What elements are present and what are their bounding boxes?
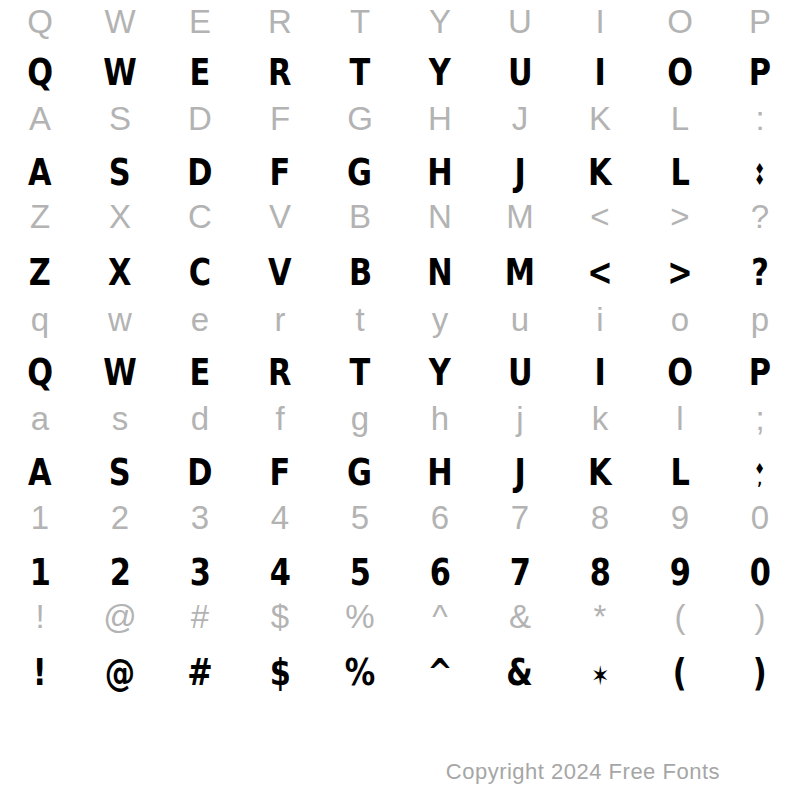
glyph-cell: t [320,300,400,340]
glyph-cell: X [80,197,160,237]
glyph: $ [271,598,289,635]
glyph-cell: u [480,300,560,340]
glyph: ! [33,650,47,694]
glyph: 7 [511,499,529,536]
glyph-cell: E [160,2,240,42]
glyph: J [512,100,529,137]
glyph-cell: N [400,250,480,294]
glyph: 0 [751,499,769,536]
glyph: J [514,150,525,194]
glyph: r [275,301,286,338]
glyph-cell: B [320,250,400,294]
glyph: 9 [669,550,690,594]
glyph-cell: 8 [560,498,640,538]
glyph: 4 [269,550,290,594]
glyph: M [505,250,535,294]
glyph-cell: 9 [640,498,720,538]
glyph-cell: ♦ ♦ [720,150,800,194]
glyph: o [671,301,689,338]
glyph-cell: G [320,450,400,494]
glyph-cell: J [480,150,560,194]
glyph-cell: q [0,300,80,340]
glyph: # [191,598,209,635]
glyph: R [268,350,291,394]
reference-row: asdfghjkl; [0,399,800,439]
glyph: E [190,350,211,394]
glyph-cell: Y [400,50,480,94]
glyph-cell: i [560,300,640,340]
glyph: Y [429,50,451,94]
glyph-cell: 4 [240,498,320,538]
glyph: X [108,250,131,294]
glyph: S [109,450,131,494]
glyph: 8 [591,499,609,536]
glyph: ! [35,598,44,635]
glyph-cell: s [80,399,160,439]
glyph-cell: w [80,300,160,340]
glyph-cell: ) [720,650,800,698]
glyph-cell: > [640,250,720,294]
glyph: 9 [671,499,689,536]
glyph-cell: S [80,99,160,139]
glyph: s [112,400,129,437]
glyph: < [587,250,612,294]
glyph-cell: 3 [160,550,240,594]
glyph: G [348,450,373,494]
glyph-cell: J [480,99,560,139]
specimen-row: ASDFGHJKL♦ ♦ [0,150,800,194]
glyph-cell: 9 [640,550,720,594]
glyph-cell: 5 [320,550,400,594]
glyph-cell: < [560,250,640,294]
glyph-cell: f [240,399,320,439]
glyph: W [104,3,135,40]
glyph-cell: 1 [0,550,80,594]
glyph-cell: 1 [0,498,80,538]
glyph: % [345,650,375,694]
glyph-cell: H [400,99,480,139]
glyph-cell: K [560,150,640,194]
glyph: F [270,450,291,494]
glyph-cell: ! [0,650,80,698]
glyph-cell: K [560,450,640,494]
glyph-cell: J [480,450,560,494]
glyph-cell: U [480,50,560,94]
glyph: 6 [429,550,450,594]
glyph: 6 [431,499,449,536]
glyph-cell: 2 [80,550,160,594]
glyph: G [347,100,373,137]
glyph-cell: D [160,150,240,194]
glyph-cell: H [400,150,480,194]
glyph-cell: ^ [400,650,480,698]
glyph: l [676,400,683,437]
glyph-cell: A [0,99,80,139]
glyph-cell: g [320,399,400,439]
glyph: P [749,50,771,94]
glyph: H [427,150,452,194]
glyph: Q [27,50,53,94]
glyph-cell: F [240,450,320,494]
glyph: > [667,250,692,294]
glyph-cell: ✶ [560,650,640,698]
glyph: 1 [29,550,50,594]
glyph-cell: & [480,597,560,637]
glyph-cell: j [480,399,560,439]
glyph: L [671,100,689,137]
glyph-cell: E [160,350,240,394]
glyph: S [109,150,131,194]
specimen-row: !@#$%^&✶() [0,650,800,694]
glyph: d [191,400,209,437]
glyph-cell: 3 [160,498,240,538]
glyph: 0 [749,550,770,594]
glyph-cell: M [480,197,560,237]
glyph-cell: 2 [80,498,160,538]
glyph-cell: A [0,450,80,494]
glyph-cell: O [640,2,720,42]
glyph-cell: @ [80,597,160,637]
glyph: ; [755,400,764,437]
glyph: G [348,150,373,194]
glyph: ♦ , [755,464,766,486]
glyph-cell: P [720,2,800,42]
glyph: P [749,3,771,40]
glyph-cell: % [320,650,400,698]
glyph: ? [751,198,769,235]
glyph: V [269,198,291,235]
reference-row: !@#$%^&*() [0,597,800,637]
glyph: f [275,400,284,437]
glyph-cell: : [720,99,800,139]
glyph: K [588,150,612,194]
glyph-cell: P [720,350,800,394]
glyph: M [506,198,534,235]
glyph: < [590,198,609,235]
glyph: O [667,3,693,40]
glyph-cell: G [320,150,400,194]
glyph-cell: R [240,2,320,42]
glyph: Z [29,250,51,294]
glyph: I [595,3,604,40]
glyph: T [350,3,370,40]
copyright-text: Copyright 2024 Free Fonts [446,759,720,785]
glyph: A [28,150,52,194]
glyph: E [190,50,211,94]
glyph-cell: 7 [480,498,560,538]
glyph: @ [105,650,135,694]
glyph: 4 [271,499,289,536]
glyph-cell: C [160,197,240,237]
glyph: H [427,450,452,494]
glyph-cell: U [480,2,560,42]
glyph: j [516,400,523,437]
glyph: A [28,450,52,494]
glyph-cell: Z [0,197,80,237]
glyph-cell: I [560,350,640,394]
glyph: O [667,350,693,394]
glyph-cell: h [400,399,480,439]
glyph-cell: @ [80,650,160,698]
glyph-cell: V [240,250,320,294]
glyph-cell: 7 [480,550,560,594]
glyph: p [751,301,769,338]
glyph-cell: 6 [400,498,480,538]
glyph-cell: L [640,99,720,139]
glyph: g [351,400,369,437]
glyph: : [755,100,764,137]
glyph-cell: a [0,399,80,439]
glyph: t [355,301,364,338]
glyph: i [596,301,603,338]
glyph-cell: d [160,399,240,439]
glyph: $ [269,650,290,694]
glyph: V [268,250,292,294]
glyph: N [427,250,452,294]
glyph: 1 [31,499,49,536]
glyph: Y [429,3,451,40]
glyph: U [508,3,532,40]
specimen-row: 1234567890 [0,550,800,594]
reference-row: 1234567890 [0,498,800,538]
glyph: J [514,450,525,494]
glyph-cell: < [560,197,640,237]
glyph: y [432,301,449,338]
reference-row: QWERTYUIOP [0,2,800,42]
glyph: 3 [189,550,210,594]
glyph: e [191,301,209,338]
glyph-cell: W [80,2,160,42]
glyph: 5 [351,499,369,536]
glyph: W [103,50,137,94]
glyph-cell: l [640,399,720,439]
glyph: * [594,598,607,635]
glyph: > [670,198,689,235]
glyph-cell: L [640,150,720,194]
reference-row: qwertyuiop [0,300,800,340]
glyph-cell: 4 [240,550,320,594]
glyph: ^ [432,598,448,635]
glyph: ✶ [591,654,609,698]
glyph: S [109,100,131,137]
glyph: ) [755,598,766,635]
glyph-cell: E [160,50,240,94]
glyph-cell: R [240,350,320,394]
specimen-row: ASDFGHJKL♦ , [0,450,800,494]
glyph-cell: I [560,50,640,94]
glyph-cell: T [320,2,400,42]
glyph-cell: R [240,50,320,94]
glyph: I [594,50,605,94]
glyph-cell: C [160,250,240,294]
glyph-cell: > [640,197,720,237]
glyph-cell: Z [0,250,80,294]
glyph-cell: I [560,2,640,42]
glyph: F [270,150,291,194]
glyph: C [189,250,211,294]
glyph: 3 [191,499,209,536]
glyph-cell: T [320,50,400,94]
glyph-cell: # [160,597,240,637]
glyph-cell: A [0,150,80,194]
glyph-cell: o [640,300,720,340]
glyph-cell: O [640,350,720,394]
glyph: ^ [427,650,452,694]
glyph-cell: Q [0,50,80,94]
glyph-cell: N [400,197,480,237]
specimen-row: QWERTYUIOP [0,50,800,94]
glyph: ♦ ♦ [755,164,766,186]
glyph: 8 [589,550,610,594]
glyph-cell: Q [0,2,80,42]
glyph-cell: H [400,450,480,494]
glyph-cell: e [160,300,240,340]
glyph-cell: 5 [320,498,400,538]
glyph-cell: ; [720,399,800,439]
glyph-cell: F [240,99,320,139]
glyph: 7 [509,550,530,594]
glyph: D [188,100,212,137]
glyph: O [667,50,693,94]
glyph: C [188,198,212,235]
glyph: Q [27,350,53,394]
reference-row: ASDFGHJKL: [0,99,800,139]
glyph: 5 [349,550,370,594]
glyph-cell: Q [0,350,80,394]
glyph-cell: ♦ , [720,450,800,494]
reference-row: ZXCVBNM<>? [0,197,800,237]
glyph: N [428,198,452,235]
glyph: Z [30,198,50,235]
glyph: & [507,650,534,694]
glyph-cell: G [320,99,400,139]
glyph: w [108,301,132,338]
glyph: B [348,250,371,294]
glyph-cell: D [160,99,240,139]
glyph-cell: k [560,399,640,439]
glyph: # [187,650,212,694]
glyph: L [670,450,689,494]
glyph-cell: ( [640,597,720,637]
glyph-cell: & [480,650,560,698]
glyph-cell: W [80,350,160,394]
glyph: I [594,350,605,394]
glyph-cell: V [240,197,320,237]
glyph: U [508,350,533,394]
glyph-cell: S [80,150,160,194]
glyph: F [270,100,290,137]
glyph-cell: T [320,350,400,394]
glyph-cell: O [640,50,720,94]
glyph: h [431,400,449,437]
glyph-cell: 8 [560,550,640,594]
glyph: D [187,150,212,194]
glyph: T [350,50,371,94]
glyph-cell: ? [720,197,800,237]
glyph: K [589,100,611,137]
glyph: 2 [111,499,129,536]
glyph: H [428,100,452,137]
glyph: Q [27,3,53,40]
glyph-cell: Y [400,2,480,42]
glyph: D [187,450,212,494]
glyph: ( [675,598,686,635]
glyph-cell: % [320,597,400,637]
glyph-cell: W [80,50,160,94]
glyph: ( [673,650,687,694]
glyph-cell: M [480,250,560,294]
glyph-cell: L [640,450,720,494]
glyph-cell: 6 [400,550,480,594]
glyph: W [103,350,137,394]
glyph-cell: ( [640,650,720,698]
glyph-cell: X [80,250,160,294]
glyph: L [670,150,689,194]
glyph: K [588,450,612,494]
glyph: & [509,598,531,635]
glyph: B [349,198,371,235]
specimen-row: QWERTYUIOP [0,350,800,394]
glyph: U [508,50,533,94]
glyph: Y [429,350,451,394]
glyph-cell: P [720,50,800,94]
glyph: @ [103,598,137,635]
glyph-cell: U [480,350,560,394]
glyph-cell: p [720,300,800,340]
glyph: a [31,400,49,437]
glyph: E [189,3,211,40]
glyph-cell: D [160,450,240,494]
glyph-cell: F [240,150,320,194]
glyph-cell: B [320,197,400,237]
glyph: T [350,350,371,394]
glyph: ) [753,650,767,694]
glyph-cell: ? [720,250,800,294]
glyph: P [749,350,771,394]
glyph-cell: $ [240,597,320,637]
glyph-cell: K [560,99,640,139]
glyph-cell: 0 [720,550,800,594]
glyph-cell: Y [400,350,480,394]
specimen-row: ZXCVBNM<>? [0,250,800,294]
glyph-cell: r [240,300,320,340]
glyph-cell: ^ [400,597,480,637]
glyph: A [29,100,51,137]
glyph: X [109,198,131,235]
glyph: u [511,301,529,338]
glyph: ? [751,250,769,294]
glyph: R [268,3,292,40]
glyph: % [345,598,374,635]
glyph-cell: 0 [720,498,800,538]
glyph-cell: $ [240,650,320,698]
glyph-cell: S [80,450,160,494]
glyph-cell: * [560,597,640,637]
glyph-cell: # [160,650,240,698]
glyph-cell: ! [0,597,80,637]
glyph: R [268,50,291,94]
glyph: 2 [109,550,130,594]
glyph: k [592,400,609,437]
glyph: q [31,301,49,338]
glyph-cell: y [400,300,480,340]
glyph-cell: ) [720,597,800,637]
